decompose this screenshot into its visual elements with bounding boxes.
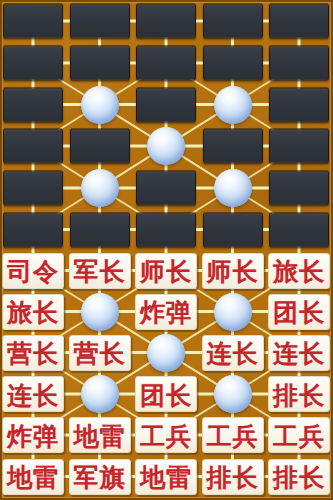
piece-tile-r6c3[interactable]: 师长 (202, 253, 264, 289)
camp-marker-r2c1[interactable] (81, 86, 119, 124)
piece-label: 连长 (207, 341, 259, 366)
piece-label: 团长 (140, 383, 192, 408)
hidden-enemy-piece-r4c2[interactable] (136, 171, 196, 206)
camp-marker-r4c3[interactable] (214, 169, 252, 207)
hidden-enemy-piece-r1c4[interactable] (269, 46, 329, 81)
piece-tile-r6c2[interactable]: 师长 (135, 253, 197, 289)
piece-tile-r7c2[interactable]: 炸弹 (135, 294, 197, 330)
hidden-enemy-piece-r1c3[interactable] (203, 46, 263, 81)
piece-tile-r10c0[interactable]: 炸弹 (2, 417, 64, 453)
hidden-enemy-piece-r3c0[interactable] (3, 129, 63, 164)
piece-label: 旅长 (273, 259, 325, 284)
piece-tile-r6c4[interactable]: 旅长 (268, 253, 330, 289)
hidden-enemy-piece-r5c4[interactable] (269, 212, 329, 247)
hidden-enemy-piece-r5c1[interactable] (70, 212, 130, 247)
piece-label: 炸弹 (140, 300, 192, 325)
piece-tile-r9c0[interactable]: 连长 (2, 376, 64, 412)
hidden-enemy-piece-r3c4[interactable] (269, 129, 329, 164)
piece-label: 营长 (7, 341, 59, 366)
camp-marker-r9c1[interactable] (81, 375, 119, 413)
piece-label: 军长 (74, 259, 126, 284)
piece-label: 司令 (7, 259, 59, 284)
piece-tile-r10c3[interactable]: 工兵 (202, 417, 264, 453)
hidden-enemy-piece-r0c4[interactable] (269, 4, 329, 39)
camp-marker-r8c2[interactable] (147, 334, 185, 372)
piece-tile-r8c0[interactable]: 营长 (2, 335, 64, 371)
piece-tile-r11c4[interactable]: 排长 (268, 459, 330, 495)
piece-tile-r10c4[interactable]: 工兵 (268, 417, 330, 453)
piece-tile-r11c0[interactable]: 地雷 (2, 459, 64, 495)
hidden-enemy-piece-r5c2[interactable] (136, 212, 196, 247)
hidden-enemy-piece-r4c0[interactable] (3, 171, 63, 206)
piece-label: 排长 (273, 383, 325, 408)
camp-marker-r9c3[interactable] (214, 375, 252, 413)
piece-label: 营长 (74, 341, 126, 366)
piece-label: 地雷 (7, 465, 59, 490)
piece-tile-r6c0[interactable]: 司令 (2, 253, 64, 289)
piece-tile-r9c2[interactable]: 团长 (135, 376, 197, 412)
piece-label: 连长 (273, 341, 325, 366)
hidden-enemy-piece-r3c1[interactable] (70, 129, 130, 164)
piece-label: 地雷 (140, 465, 192, 490)
hidden-enemy-piece-r1c1[interactable] (70, 46, 130, 81)
piece-label: 炸弹 (7, 424, 59, 449)
piece-tile-r11c2[interactable]: 地雷 (135, 459, 197, 495)
camp-marker-r4c1[interactable] (81, 169, 119, 207)
piece-label: 军旗 (74, 465, 126, 490)
hidden-enemy-piece-r0c3[interactable] (203, 4, 263, 39)
hidden-enemy-piece-r4c4[interactable] (269, 171, 329, 206)
piece-tile-r11c3[interactable]: 排长 (202, 459, 264, 495)
piece-label: 师长 (140, 259, 192, 284)
camp-marker-r7c3[interactable] (214, 293, 252, 331)
hidden-enemy-piece-r0c2[interactable] (136, 4, 196, 39)
piece-label: 工兵 (140, 424, 192, 449)
piece-label: 旅长 (7, 300, 59, 325)
camp-marker-r7c1[interactable] (81, 293, 119, 331)
piece-label: 师长 (207, 259, 259, 284)
piece-tile-r10c2[interactable]: 工兵 (135, 417, 197, 453)
piece-tile-r8c4[interactable]: 连长 (268, 335, 330, 371)
piece-tile-r8c3[interactable]: 连长 (202, 335, 264, 371)
hidden-enemy-piece-r2c0[interactable] (3, 87, 63, 122)
camp-marker-r3c2[interactable] (147, 127, 185, 165)
piece-label: 连长 (7, 383, 59, 408)
piece-tile-r7c4[interactable]: 团长 (268, 294, 330, 330)
piece-label: 排长 (273, 465, 325, 490)
hidden-enemy-piece-r2c4[interactable] (269, 87, 329, 122)
junqi-board: 司令军长师长师长旅长旅长炸弹团长营长营长连长连长连长团长排长炸弹地雷工兵工兵工兵… (0, 0, 333, 500)
piece-tile-r6c1[interactable]: 军长 (69, 253, 131, 289)
hidden-enemy-piece-r3c3[interactable] (203, 129, 263, 164)
piece-label: 工兵 (207, 424, 259, 449)
piece-tile-r7c0[interactable]: 旅长 (2, 294, 64, 330)
hidden-enemy-piece-r0c1[interactable] (70, 4, 130, 39)
piece-label: 排长 (207, 465, 259, 490)
hidden-enemy-piece-r1c0[interactable] (3, 46, 63, 81)
hidden-enemy-piece-r1c2[interactable] (136, 46, 196, 81)
hidden-enemy-piece-r5c3[interactable] (203, 212, 263, 247)
hidden-enemy-piece-r0c0[interactable] (3, 4, 63, 39)
camp-marker-r2c3[interactable] (214, 86, 252, 124)
piece-label: 工兵 (273, 424, 325, 449)
piece-label: 地雷 (74, 424, 126, 449)
hidden-enemy-piece-r5c0[interactable] (3, 212, 63, 247)
piece-tile-r10c1[interactable]: 地雷 (69, 417, 131, 453)
piece-tile-r11c1[interactable]: 军旗 (69, 459, 131, 495)
hidden-enemy-piece-r2c2[interactable] (136, 87, 196, 122)
piece-tile-r8c1[interactable]: 营长 (69, 335, 131, 371)
piece-label: 团长 (273, 300, 325, 325)
piece-tile-r9c4[interactable]: 排长 (268, 376, 330, 412)
